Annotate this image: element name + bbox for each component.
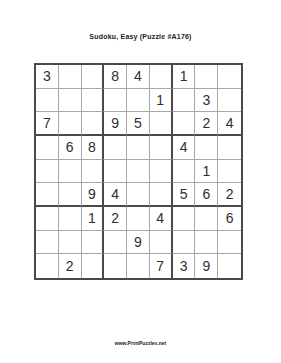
cell-r2c1-empty[interactable] <box>36 89 59 113</box>
cell-r8c1-empty[interactable] <box>36 231 59 255</box>
cell-r4c5-empty[interactable] <box>127 136 150 160</box>
cell-r6c3-given: 9 <box>82 183 105 207</box>
cell-r3c4-given: 9 <box>104 112 127 136</box>
cell-r6c1-empty[interactable] <box>36 183 59 207</box>
cell-r8c6-empty[interactable] <box>150 231 173 255</box>
page: Sudoku, Easy (Puzzle #A176) 384113795246… <box>0 0 281 363</box>
cell-r6c5-empty[interactable] <box>127 183 150 207</box>
cell-r5c2-empty[interactable] <box>59 160 82 184</box>
cell-r8c5-given: 9 <box>127 231 150 255</box>
cell-r7c7-empty[interactable] <box>173 207 196 231</box>
puzzle-title: Sudoku, Easy (Puzzle #A176) <box>0 33 281 40</box>
cell-r7c9-given: 6 <box>218 207 241 231</box>
cell-r5c4-empty[interactable] <box>104 160 127 184</box>
cell-r9c7-given: 3 <box>173 254 196 278</box>
cell-r8c2-empty[interactable] <box>59 231 82 255</box>
cell-r3c5-given: 5 <box>127 112 150 136</box>
cell-r3c9-given: 4 <box>218 112 241 136</box>
cell-r5c6-empty[interactable] <box>150 160 173 184</box>
cell-r5c9-empty[interactable] <box>218 160 241 184</box>
cell-r4c6-empty[interactable] <box>150 136 173 160</box>
cell-r9c4-empty[interactable] <box>104 254 127 278</box>
cell-r6c7-given: 5 <box>173 183 196 207</box>
cell-r5c7-empty[interactable] <box>173 160 196 184</box>
cell-r3c6-empty[interactable] <box>150 112 173 136</box>
cell-r4c8-empty[interactable] <box>195 136 218 160</box>
cell-r4c3-given: 8 <box>82 136 105 160</box>
cell-r2c4-empty[interactable] <box>104 89 127 113</box>
cell-r9c3-empty[interactable] <box>82 254 105 278</box>
cell-r1c1-given: 3 <box>36 65 59 89</box>
cell-r3c7-empty[interactable] <box>173 112 196 136</box>
cell-r1c7-given: 1 <box>173 65 196 89</box>
cell-r8c4-empty[interactable] <box>104 231 127 255</box>
cell-r2c9-empty[interactable] <box>218 89 241 113</box>
cell-r4c4-empty[interactable] <box>104 136 127 160</box>
cell-r7c5-empty[interactable] <box>127 207 150 231</box>
cell-r1c9-empty[interactable] <box>218 65 241 89</box>
cell-r4c2-given: 6 <box>59 136 82 160</box>
cell-r3c2-empty[interactable] <box>59 112 82 136</box>
cell-r7c6-given: 4 <box>150 207 173 231</box>
cell-r6c4-given: 4 <box>104 183 127 207</box>
cell-r3c3-empty[interactable] <box>82 112 105 136</box>
cell-r2c5-empty[interactable] <box>127 89 150 113</box>
cell-r2c6-given: 1 <box>150 89 173 113</box>
cell-r5c5-empty[interactable] <box>127 160 150 184</box>
cell-r5c8-given: 1 <box>195 160 218 184</box>
cell-r8c8-empty[interactable] <box>195 231 218 255</box>
cell-r2c7-empty[interactable] <box>173 89 196 113</box>
cell-r3c8-given: 2 <box>195 112 218 136</box>
cell-r1c8-empty[interactable] <box>195 65 218 89</box>
cell-r1c6-empty[interactable] <box>150 65 173 89</box>
cell-r7c2-empty[interactable] <box>59 207 82 231</box>
cell-r6c8-given: 6 <box>195 183 218 207</box>
cell-r2c8-given: 3 <box>195 89 218 113</box>
cell-r6c2-empty[interactable] <box>59 183 82 207</box>
cell-r2c2-empty[interactable] <box>59 89 82 113</box>
cell-r8c9-empty[interactable] <box>218 231 241 255</box>
cell-r3c1-given: 7 <box>36 112 59 136</box>
cell-r9c9-empty[interactable] <box>218 254 241 278</box>
footer-url: www.PrintPuzzles.net <box>0 340 281 346</box>
cell-r4c7-given: 4 <box>173 136 196 160</box>
cell-r6c6-empty[interactable] <box>150 183 173 207</box>
cell-r9c2-given: 2 <box>59 254 82 278</box>
cell-r8c3-empty[interactable] <box>82 231 105 255</box>
cell-r7c4-given: 2 <box>104 207 127 231</box>
cell-r1c2-empty[interactable] <box>59 65 82 89</box>
cell-r1c5-given: 4 <box>127 65 150 89</box>
cell-r1c3-empty[interactable] <box>82 65 105 89</box>
cell-r9c6-given: 7 <box>150 254 173 278</box>
cell-r8c7-empty[interactable] <box>173 231 196 255</box>
cell-r7c8-empty[interactable] <box>195 207 218 231</box>
cell-r9c5-empty[interactable] <box>127 254 150 278</box>
cell-r4c1-empty[interactable] <box>36 136 59 160</box>
cell-r2c3-empty[interactable] <box>82 89 105 113</box>
cell-r5c1-empty[interactable] <box>36 160 59 184</box>
sudoku-grid: 38411379524684194562124692739 <box>34 63 243 280</box>
cell-r7c3-given: 1 <box>82 207 105 231</box>
cell-r1c4-given: 8 <box>104 65 127 89</box>
cell-r6c9-given: 2 <box>218 183 241 207</box>
cell-r9c1-empty[interactable] <box>36 254 59 278</box>
cell-r7c1-empty[interactable] <box>36 207 59 231</box>
cell-r5c3-empty[interactable] <box>82 160 105 184</box>
cell-r4c9-empty[interactable] <box>218 136 241 160</box>
cell-r9c8-given: 9 <box>195 254 218 278</box>
